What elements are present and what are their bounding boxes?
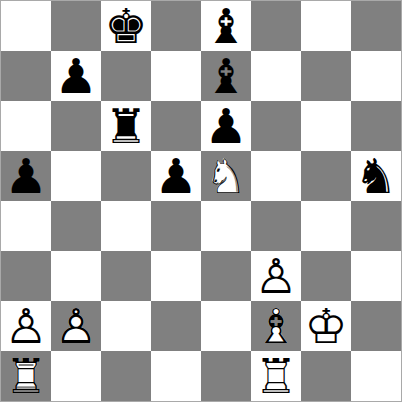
square-d1[interactable]	[151, 351, 201, 401]
black-bishop-solid: ♝	[201, 1, 251, 51]
square-c8[interactable]: ♚	[101, 1, 151, 51]
black-pawn-solid: ♟	[1, 151, 51, 201]
chess-board: ♚♝♟♝♜♟♟♟♞♘♞♟♙♟♙♟♙♝♗♚♔♜♖♜♖	[0, 0, 402, 402]
square-f6[interactable]	[251, 101, 301, 151]
square-f2[interactable]: ♝♗	[251, 301, 301, 351]
square-e6[interactable]: ♟	[201, 101, 251, 151]
piece-black-knight-icon[interactable]: ♞	[351, 151, 401, 201]
square-g7[interactable]	[301, 51, 351, 101]
square-e4[interactable]	[201, 201, 251, 251]
square-d5[interactable]: ♟	[151, 151, 201, 201]
black-pawn-solid: ♟	[51, 51, 101, 101]
square-e8[interactable]: ♝	[201, 1, 251, 51]
black-pawn-solid: ♟	[151, 151, 201, 201]
square-f4[interactable]	[251, 201, 301, 251]
square-e1[interactable]	[201, 351, 251, 401]
square-b1[interactable]	[51, 351, 101, 401]
square-g8[interactable]	[301, 1, 351, 51]
square-d6[interactable]	[151, 101, 201, 151]
piece-white-pawn-icon[interactable]: ♟♙	[251, 251, 301, 301]
black-rook-solid: ♜	[101, 101, 151, 151]
square-b4[interactable]	[51, 201, 101, 251]
square-g1[interactable]	[301, 351, 351, 401]
white-bishop-outline: ♗	[251, 301, 301, 351]
black-bishop-solid: ♝	[201, 51, 251, 101]
square-h8[interactable]	[351, 1, 401, 51]
square-h7[interactable]	[351, 51, 401, 101]
piece-white-knight-icon[interactable]: ♞♘	[201, 151, 251, 201]
piece-white-pawn-icon[interactable]: ♟♙	[1, 301, 51, 351]
square-h3[interactable]	[351, 251, 401, 301]
square-a7[interactable]	[1, 51, 51, 101]
square-c7[interactable]	[101, 51, 151, 101]
white-knight-outline: ♘	[201, 151, 251, 201]
square-c4[interactable]	[101, 201, 151, 251]
piece-black-king-icon[interactable]: ♚	[101, 1, 151, 51]
square-c2[interactable]	[101, 301, 151, 351]
square-c5[interactable]	[101, 151, 151, 201]
square-c1[interactable]	[101, 351, 151, 401]
square-c6[interactable]: ♜	[101, 101, 151, 151]
square-a4[interactable]	[1, 201, 51, 251]
piece-white-bishop-icon[interactable]: ♝♗	[251, 301, 301, 351]
square-a3[interactable]	[1, 251, 51, 301]
white-pawn-outline: ♙	[1, 301, 51, 351]
square-d3[interactable]	[151, 251, 201, 301]
white-pawn-outline: ♙	[251, 251, 301, 301]
square-g5[interactable]	[301, 151, 351, 201]
piece-black-pawn-icon[interactable]: ♟	[201, 101, 251, 151]
square-h6[interactable]	[351, 101, 401, 151]
piece-black-bishop-icon[interactable]: ♝	[201, 51, 251, 101]
square-h5[interactable]: ♞	[351, 151, 401, 201]
piece-white-pawn-icon[interactable]: ♟♙	[51, 301, 101, 351]
square-h1[interactable]	[351, 351, 401, 401]
square-a5[interactable]: ♟	[1, 151, 51, 201]
black-king-solid: ♚	[101, 1, 151, 51]
white-rook-outline: ♖	[251, 351, 301, 401]
square-e2[interactable]	[201, 301, 251, 351]
square-f7[interactable]	[251, 51, 301, 101]
square-a8[interactable]	[1, 1, 51, 51]
piece-black-pawn-icon[interactable]: ♟	[151, 151, 201, 201]
square-c3[interactable]	[101, 251, 151, 301]
square-g2[interactable]: ♚♔	[301, 301, 351, 351]
piece-white-rook-icon[interactable]: ♜♖	[1, 351, 51, 401]
square-a2[interactable]: ♟♙	[1, 301, 51, 351]
square-b7[interactable]: ♟	[51, 51, 101, 101]
square-b3[interactable]	[51, 251, 101, 301]
piece-black-bishop-icon[interactable]: ♝	[201, 1, 251, 51]
square-g6[interactable]	[301, 101, 351, 151]
white-pawn-outline: ♙	[51, 301, 101, 351]
square-f8[interactable]	[251, 1, 301, 51]
square-d8[interactable]	[151, 1, 201, 51]
piece-black-pawn-icon[interactable]: ♟	[51, 51, 101, 101]
square-f3[interactable]: ♟♙	[251, 251, 301, 301]
square-h2[interactable]	[351, 301, 401, 351]
white-rook-outline: ♖	[1, 351, 51, 401]
square-a6[interactable]	[1, 101, 51, 151]
white-king-outline: ♔	[301, 301, 351, 351]
square-e7[interactable]: ♝	[201, 51, 251, 101]
square-b8[interactable]	[51, 1, 101, 51]
black-knight-solid: ♞	[351, 151, 401, 201]
square-f1[interactable]: ♜♖	[251, 351, 301, 401]
square-b2[interactable]: ♟♙	[51, 301, 101, 351]
square-g4[interactable]	[301, 201, 351, 251]
square-d7[interactable]	[151, 51, 201, 101]
square-b5[interactable]	[51, 151, 101, 201]
square-e5[interactable]: ♞♘	[201, 151, 251, 201]
square-g3[interactable]	[301, 251, 351, 301]
black-pawn-solid: ♟	[201, 101, 251, 151]
piece-black-rook-icon[interactable]: ♜	[101, 101, 151, 151]
square-d2[interactable]	[151, 301, 201, 351]
piece-white-rook-icon[interactable]: ♜♖	[251, 351, 301, 401]
piece-white-king-icon[interactable]: ♚♔	[301, 301, 351, 351]
square-d4[interactable]	[151, 201, 201, 251]
square-a1[interactable]: ♜♖	[1, 351, 51, 401]
square-f5[interactable]	[251, 151, 301, 201]
square-b6[interactable]	[51, 101, 101, 151]
square-h4[interactable]	[351, 201, 401, 251]
piece-black-pawn-icon[interactable]: ♟	[1, 151, 51, 201]
square-e3[interactable]	[201, 251, 251, 301]
